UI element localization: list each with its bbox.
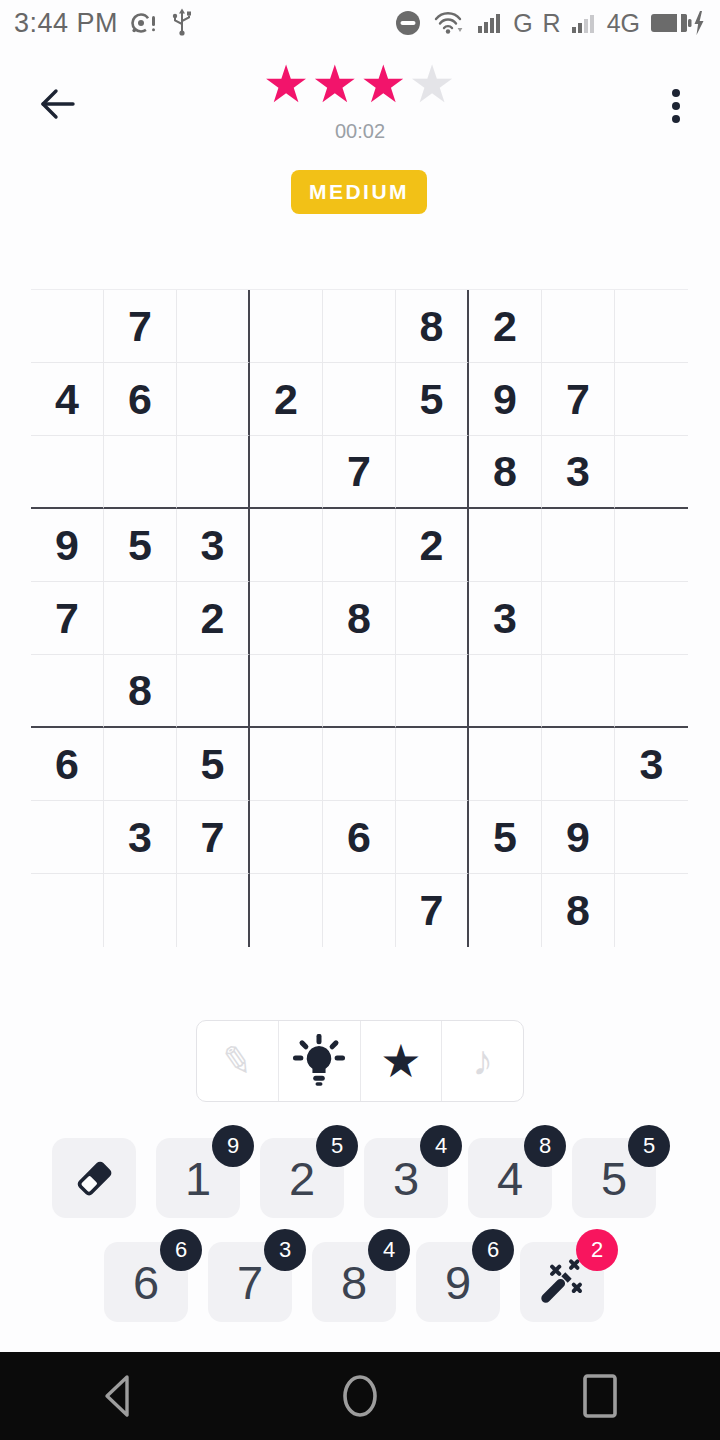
sudoku-cell-r9c6[interactable]: 7: [396, 874, 469, 947]
sudoku-cell-r1c1[interactable]: [31, 290, 104, 363]
sudoku-cell-r6c8[interactable]: [542, 655, 615, 728]
game-timer: 00:02: [0, 120, 720, 143]
sudoku-cell-r7c4[interactable]: [250, 728, 323, 801]
sudoku-cell-r4c5[interactable]: [323, 509, 396, 582]
sudoku-cell-r5c3[interactable]: 2: [177, 582, 250, 655]
remaining-count-badge: 4: [368, 1229, 410, 1271]
sudoku-cell-r9c9[interactable]: [615, 874, 688, 947]
sudoku-cell-r7c1[interactable]: 6: [31, 728, 104, 801]
numpad-key-6[interactable]: 66: [104, 1242, 188, 1322]
sudoku-cell-r2c7[interactable]: 9: [469, 363, 542, 436]
eraser-button[interactable]: [52, 1138, 136, 1218]
sudoku-board: 7824625977839532728386533765978: [31, 289, 688, 947]
numpad-key-5[interactable]: 55: [572, 1138, 656, 1218]
numpad-key-3[interactable]: 34: [364, 1138, 448, 1218]
sudoku-cell-r2c5[interactable]: [323, 363, 396, 436]
sudoku-cell-r7c7[interactable]: [469, 728, 542, 801]
numpad-key-8[interactable]: 84: [312, 1242, 396, 1322]
sudoku-cell-r9c7[interactable]: [469, 874, 542, 947]
sudoku-cell-r5c7[interactable]: 3: [469, 582, 542, 655]
sudoku-cell-r9c5[interactable]: [323, 874, 396, 947]
numpad-key-9[interactable]: 96: [416, 1242, 500, 1322]
nav-recents-button[interactable]: [480, 1372, 720, 1420]
game-toolbar: ✎ ★ ♪: [196, 1020, 524, 1102]
sudoku-cell-r4c1[interactable]: 9: [31, 509, 104, 582]
hint-button[interactable]: [279, 1021, 361, 1101]
remaining-count-badge: 8: [524, 1125, 566, 1167]
do-not-disturb-icon: [393, 8, 423, 38]
pencil-icon: ✎: [218, 1037, 257, 1086]
sudoku-cell-r3c7[interactable]: 8: [469, 436, 542, 509]
star-filled-icon: ★: [263, 55, 312, 113]
sudoku-cell-r3c4[interactable]: [250, 436, 323, 509]
sudoku-cell-r4c6[interactable]: 2: [396, 509, 469, 582]
numpad-digit: 7: [237, 1255, 263, 1310]
sudoku-cell-r1c3[interactable]: [177, 290, 250, 363]
sudoku-cell-r6c6[interactable]: [396, 655, 469, 728]
numpad-digit: 1: [185, 1151, 211, 1206]
sudoku-cell-r1c8[interactable]: [542, 290, 615, 363]
remaining-count-badge: 3: [264, 1229, 306, 1271]
sudoku-cell-r1c2[interactable]: 7: [104, 290, 177, 363]
status-bar: 3:44 PM: [0, 0, 720, 46]
sudoku-cell-r7c8[interactable]: [542, 728, 615, 801]
numpad-digit: 3: [393, 1151, 419, 1206]
sudoku-cell-r8c6[interactable]: [396, 801, 469, 874]
difficulty-badge: MEDIUM: [291, 170, 427, 214]
sudoku-cell-r5c1[interactable]: 7: [31, 582, 104, 655]
network-type-r: R: [543, 9, 561, 38]
favorite-button[interactable]: ★: [361, 1021, 443, 1101]
sudoku-cell-r1c6[interactable]: 8: [396, 290, 469, 363]
star-filled-icon: ★: [311, 55, 360, 113]
nav-home-button[interactable]: [240, 1372, 480, 1420]
remaining-count-badge: 2: [576, 1229, 618, 1271]
sudoku-cell-r4c8[interactable]: [542, 509, 615, 582]
sudoku-cell-r4c7[interactable]: [469, 509, 542, 582]
numpad-key-4[interactable]: 48: [468, 1138, 552, 1218]
nav-recents-icon: [576, 1372, 624, 1420]
sudoku-cell-r5c8[interactable]: [542, 582, 615, 655]
remaining-count-badge: 5: [316, 1125, 358, 1167]
numpad-digit: 2: [289, 1151, 315, 1206]
sudoku-cell-r3c5[interactable]: 7: [323, 436, 396, 509]
sudoku-cell-r8c5[interactable]: 6: [323, 801, 396, 874]
nav-back-icon: [96, 1372, 144, 1420]
star-empty-icon: ★: [409, 55, 458, 113]
remaining-count-badge: 9: [212, 1125, 254, 1167]
sudoku-cell-r2c1[interactable]: 4: [31, 363, 104, 436]
sudoku-cell-r5c6[interactable]: [396, 582, 469, 655]
magic-wand-button[interactable]: 2: [520, 1242, 604, 1322]
sudoku-cell-r5c9[interactable]: [615, 582, 688, 655]
sudoku-cell-r3c2[interactable]: [104, 436, 177, 509]
android-navigation-bar: [0, 1352, 720, 1440]
nav-home-icon: [336, 1372, 384, 1420]
data-alert-icon: [128, 8, 158, 38]
sudoku-cell-r3c9[interactable]: [615, 436, 688, 509]
sudoku-cell-r9c1[interactable]: [31, 874, 104, 947]
sudoku-cell-r4c9[interactable]: [615, 509, 688, 582]
music-button[interactable]: ♪: [442, 1021, 523, 1101]
network-type-4g: 4G: [607, 9, 640, 38]
sudoku-cell-r6c5[interactable]: [323, 655, 396, 728]
sudoku-cell-r7c5[interactable]: [323, 728, 396, 801]
sudoku-cell-r7c9[interactable]: 3: [615, 728, 688, 801]
numpad-digit: 9: [445, 1255, 471, 1310]
sudoku-cell-r4c3[interactable]: 3: [177, 509, 250, 582]
signal-bars-g-icon: [477, 8, 503, 38]
sudoku-cell-r1c5[interactable]: [323, 290, 396, 363]
sudoku-cell-r7c3[interactable]: 5: [177, 728, 250, 801]
sudoku-cell-r6c2[interactable]: 8: [104, 655, 177, 728]
sudoku-cell-r6c1[interactable]: [31, 655, 104, 728]
star-filled-icon: ★: [360, 55, 409, 113]
sudoku-cell-r6c9[interactable]: [615, 655, 688, 728]
sudoku-cell-r9c4[interactable]: [250, 874, 323, 947]
remaining-count-badge: 5: [628, 1125, 670, 1167]
eraser-icon: [69, 1153, 119, 1203]
sudoku-cell-r3c8[interactable]: 3: [542, 436, 615, 509]
sudoku-cell-r8c9[interactable]: [615, 801, 688, 874]
star-icon: ★: [380, 1038, 421, 1084]
sudoku-cell-r4c2[interactable]: 5: [104, 509, 177, 582]
sudoku-cell-r5c4[interactable]: [250, 582, 323, 655]
difficulty-label: MEDIUM: [309, 180, 409, 204]
sudoku-cell-r9c3[interactable]: [177, 874, 250, 947]
numpad-digit: 5: [601, 1151, 627, 1206]
sudoku-cell-r3c6[interactable]: [396, 436, 469, 509]
numpad-digit: 8: [341, 1255, 367, 1310]
music-note-icon: ♪: [472, 1037, 493, 1085]
sudoku-cell-r8c1[interactable]: [31, 801, 104, 874]
network-type-g: G: [513, 9, 532, 38]
sudoku-cell-r1c7[interactable]: 2: [469, 290, 542, 363]
numpad-digit: 4: [497, 1151, 523, 1206]
hint-bulb-icon: [292, 1034, 346, 1088]
sudoku-cell-r9c8[interactable]: 8: [542, 874, 615, 947]
sudoku-cell-r2c6[interactable]: 5: [396, 363, 469, 436]
sudoku-app-screen: 3:44 PM: [0, 0, 720, 1440]
sudoku-cell-r3c1[interactable]: [31, 436, 104, 509]
numpad-key-2[interactable]: 25: [260, 1138, 344, 1218]
sudoku-cell-r7c2[interactable]: [104, 728, 177, 801]
sudoku-cell-r5c5[interactable]: 8: [323, 582, 396, 655]
wifi-icon: [433, 8, 467, 38]
sudoku-cell-r2c8[interactable]: 7: [542, 363, 615, 436]
sudoku-cell-r2c9[interactable]: [615, 363, 688, 436]
remaining-count-badge: 4: [420, 1125, 462, 1167]
sudoku-cell-r7c6[interactable]: [396, 728, 469, 801]
numpad-key-1[interactable]: 19: [156, 1138, 240, 1218]
sudoku-cell-r6c3[interactable]: [177, 655, 250, 728]
sudoku-cell-r8c2[interactable]: 3: [104, 801, 177, 874]
usb-icon: [168, 8, 196, 38]
pencil-notes-button[interactable]: ✎: [197, 1021, 279, 1101]
battery-charging-icon: [650, 8, 706, 38]
sudoku-cell-r6c7[interactable]: [469, 655, 542, 728]
sudoku-cell-r3c3[interactable]: [177, 436, 250, 509]
nav-back-button[interactable]: [0, 1372, 240, 1420]
sudoku-cell-r5c2[interactable]: [104, 582, 177, 655]
sudoku-cell-r8c4[interactable]: [250, 801, 323, 874]
sudoku-cell-r1c9[interactable]: [615, 290, 688, 363]
remaining-count-badge: 6: [160, 1229, 202, 1271]
numpad-key-7[interactable]: 73: [208, 1242, 292, 1322]
sudoku-cell-r9c2[interactable]: [104, 874, 177, 947]
clock-time: 3:44 PM: [14, 8, 118, 39]
sudoku-cell-r2c4[interactable]: 2: [250, 363, 323, 436]
sudoku-cell-r8c7[interactable]: 5: [469, 801, 542, 874]
sudoku-cell-r8c8[interactable]: 9: [542, 801, 615, 874]
sudoku-cell-r2c3[interactable]: [177, 363, 250, 436]
star-rating: ★★★★: [0, 56, 720, 112]
sudoku-cell-r1c4[interactable]: [250, 290, 323, 363]
sudoku-cell-r2c2[interactable]: 6: [104, 363, 177, 436]
signal-bars-4g-icon: [571, 8, 597, 38]
sudoku-cell-r6c4[interactable]: [250, 655, 323, 728]
remaining-count-badge: 6: [472, 1229, 514, 1271]
sudoku-cell-r8c3[interactable]: 7: [177, 801, 250, 874]
sudoku-cell-r4c4[interactable]: [250, 509, 323, 582]
numpad-digit: 6: [133, 1255, 159, 1310]
